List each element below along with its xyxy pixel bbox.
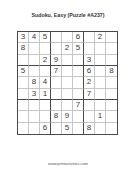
board-cell-r7c2 — [29, 100, 40, 111]
board-cell-r5c4 — [51, 77, 62, 88]
board-cell-r8c1 — [18, 111, 29, 122]
board-cell-r2c8 — [95, 43, 106, 54]
board-cell-r8c2 — [29, 111, 40, 122]
board-cell-r4c6 — [73, 66, 84, 77]
page-title: Sudoku, Easy (Puzzle #A237) — [23, 12, 113, 18]
board-cell-r2c4 — [51, 43, 62, 54]
board-cell-r8c4: 8 — [51, 111, 62, 122]
sudoku-board: 3456282529357688423177891658 — [17, 31, 118, 135]
board-cell-r4c8 — [95, 66, 106, 77]
board-cell-r1c5 — [62, 32, 73, 43]
board-cell-r3c9 — [106, 55, 117, 66]
board-cell-r8c5: 9 — [62, 111, 73, 122]
board-cell-r9c5: 5 — [62, 123, 73, 134]
board-cell-r3c7: 3 — [84, 55, 95, 66]
board-cell-r2c5: 2 — [62, 43, 73, 54]
board-cell-r1c9 — [106, 32, 117, 43]
board-cell-r3c1 — [18, 55, 29, 66]
board-cell-r1c1: 3 — [18, 32, 29, 43]
board-cell-r6c9 — [106, 89, 117, 100]
board-cell-r6c7: 7 — [84, 89, 95, 100]
board-cell-r6c1 — [18, 89, 29, 100]
board-cell-r6c2: 3 — [29, 89, 40, 100]
board-cell-r5c1 — [18, 77, 29, 88]
board-cell-r4c5 — [62, 66, 73, 77]
board-cell-r1c8: 2 — [95, 32, 106, 43]
board-cell-r8c9 — [106, 111, 117, 122]
board-cell-r2c9 — [106, 43, 117, 54]
board-cell-r6c6 — [73, 89, 84, 100]
board-cell-r9c6 — [73, 123, 84, 134]
board-cell-r6c4 — [51, 89, 62, 100]
board-cell-r7c3 — [40, 100, 51, 111]
board-cell-r1c4 — [51, 32, 62, 43]
board-cell-r3c2 — [29, 55, 40, 66]
board-cell-r8c7 — [84, 111, 95, 122]
board-cell-r5c8 — [95, 77, 106, 88]
board-cell-r9c8 — [95, 123, 106, 134]
board-cell-r9c3: 6 — [40, 123, 51, 134]
board-cell-r4c2 — [29, 66, 40, 77]
board-cell-r2c7 — [84, 43, 95, 54]
board-cell-r7c6: 7 — [73, 100, 84, 111]
board-cell-r4c9: 8 — [106, 66, 117, 77]
footer-url: www.printactivities.com — [31, 162, 106, 166]
board-cell-r8c3 — [40, 111, 51, 122]
board-cell-r8c6 — [73, 111, 84, 122]
board-cell-r8c8: 1 — [95, 111, 106, 122]
puzzle-page: Sudoku, Easy (Puzzle #A237) 345628252935… — [0, 0, 136, 176]
board-cell-r2c2 — [29, 43, 40, 54]
board-cell-r4c7: 6 — [84, 66, 95, 77]
board-cell-r4c4: 7 — [51, 66, 62, 77]
board-cell-r2c1: 8 — [18, 43, 29, 54]
board-cell-r1c7 — [84, 32, 95, 43]
board-cell-r6c3: 1 — [40, 89, 51, 100]
board-cell-r3c3: 2 — [40, 55, 51, 66]
board-cell-r3c8 — [95, 55, 106, 66]
board-cell-r2c6: 5 — [73, 43, 84, 54]
board-cell-r1c3: 5 — [40, 32, 51, 43]
board-cell-r3c6 — [73, 55, 84, 66]
board-cell-r5c5 — [62, 77, 73, 88]
board-cell-r5c3: 4 — [40, 77, 51, 88]
board-cell-r9c4 — [51, 123, 62, 134]
board-cell-r3c4: 9 — [51, 55, 62, 66]
board-cell-r6c5 — [62, 89, 73, 100]
board-cell-r5c9 — [106, 77, 117, 88]
board-cell-r6c8 — [95, 89, 106, 100]
board-cell-r9c7: 8 — [84, 123, 95, 134]
board-cell-r7c8 — [95, 100, 106, 111]
board-cell-r9c2 — [29, 123, 40, 134]
board-cell-r4c1: 5 — [18, 66, 29, 77]
board-cell-r7c5 — [62, 100, 73, 111]
board-cell-r7c4 — [51, 100, 62, 111]
board-cell-r1c6: 6 — [73, 32, 84, 43]
board-cell-r9c1 — [18, 123, 29, 134]
board-cell-r1c2: 4 — [29, 32, 40, 43]
board-cell-r5c6 — [73, 77, 84, 88]
board-cell-r2c3 — [40, 43, 51, 54]
board-cell-r5c2: 8 — [29, 77, 40, 88]
board-cell-r5c7: 2 — [84, 77, 95, 88]
board-cell-r7c7 — [84, 100, 95, 111]
board-cell-r7c1 — [18, 100, 29, 111]
board-cell-r3c5 — [62, 55, 73, 66]
board-cell-r4c3 — [40, 66, 51, 77]
board-cell-r9c9 — [106, 123, 117, 134]
board-cell-r7c9 — [106, 100, 117, 111]
